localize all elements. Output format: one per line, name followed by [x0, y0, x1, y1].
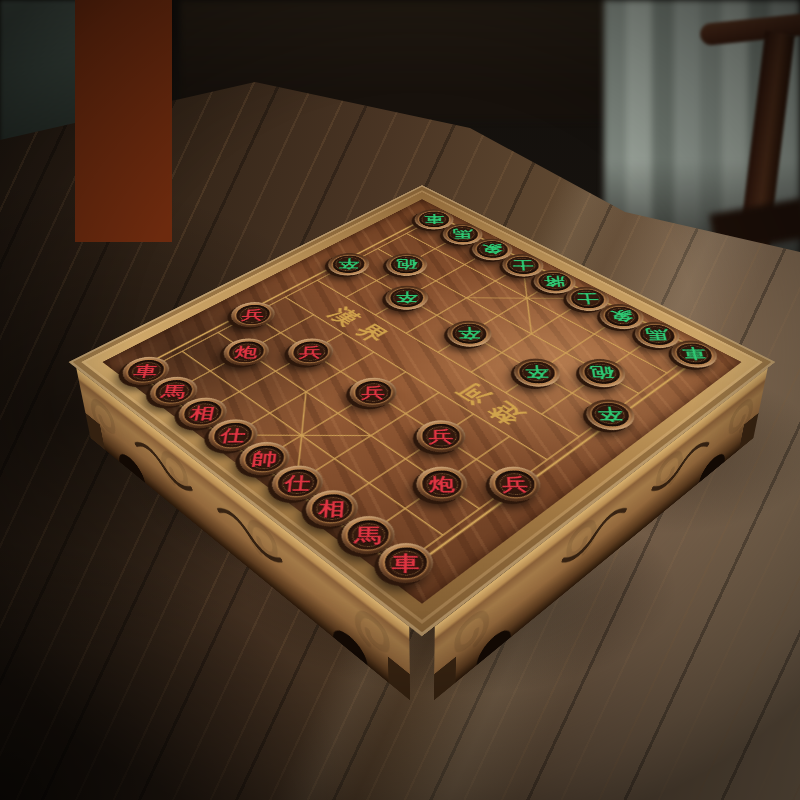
piece-glyph: 卒: [596, 407, 623, 423]
piece-face: 卒: [512, 359, 561, 387]
piece-green-cannon: 砲: [569, 353, 633, 393]
piece-glyph: 炮: [429, 475, 455, 493]
piece-face: 卒: [385, 286, 428, 310]
piece-glyph: 相: [317, 499, 345, 517]
piece-face: 兵: [286, 339, 334, 366]
piece-glyph: 仕: [283, 474, 311, 492]
piece-glyph: 兵: [298, 345, 322, 359]
piece-green-cannon: 砲: [378, 249, 435, 281]
piece-face: 砲: [577, 359, 627, 387]
piece-glyph: 馬: [452, 228, 473, 239]
piece-face: 相: [175, 398, 229, 428]
piece-glyph: 車: [681, 347, 708, 361]
piece-glyph: 象: [482, 244, 503, 255]
river-text-right: 楚河: [441, 374, 531, 430]
piece-glyph: 車: [391, 553, 419, 573]
piece-glyph: 士: [576, 292, 600, 304]
piece-green-soldier: 卒: [504, 353, 568, 393]
piece-red-horse: 馬: [330, 509, 405, 562]
piece-glyph: 車: [424, 214, 444, 224]
piece-glyph: 象: [609, 310, 634, 323]
piece-face: 兵: [488, 467, 541, 501]
piece-glyph: 士: [512, 259, 534, 270]
piece-face: 兵: [416, 420, 465, 452]
piece-face: 馬: [340, 516, 395, 554]
piece-red-cannon: 炮: [215, 333, 278, 371]
piece-glyph: 相: [188, 405, 215, 420]
brown-overlay-rectangle: [75, 0, 172, 242]
piece-glyph: 卒: [524, 365, 549, 379]
piece-glyph: 帥: [250, 450, 278, 467]
piece-face: 車: [118, 357, 171, 385]
scene-photo: 漢界 楚河 車馬象士將士象馬車砲砲卒卒卒卒卒兵兵兵兵兵炮炮車馬相仕帥仕相馬車: [0, 0, 800, 800]
piece-glyph: 兵: [428, 428, 453, 444]
piece-glyph: 將: [543, 275, 566, 287]
piece-face: 卒: [327, 253, 369, 275]
piece-red-advisor: 仕: [261, 459, 332, 508]
piece-face: 兵: [348, 378, 396, 407]
piece-face: 卒: [584, 400, 637, 430]
piece-glyph: 仕: [218, 427, 246, 443]
piece-red-soldier: 兵: [406, 414, 474, 459]
piece-face: 仕: [205, 419, 259, 451]
piece-red-chariot: 車: [113, 351, 177, 390]
piece-face: 卒: [447, 321, 492, 347]
piece-glyph: 砲: [589, 366, 615, 380]
piece-glyph: 兵: [501, 475, 528, 493]
piece-face: 仕: [269, 466, 323, 500]
piece-glyph: 兵: [240, 308, 264, 321]
piece-green-soldier: 卒: [376, 281, 436, 315]
piece-green-soldier: 卒: [438, 316, 500, 353]
piece-face: 砲: [386, 253, 427, 275]
piece-face: 馬: [146, 377, 199, 406]
piece-green-soldier: 卒: [576, 394, 643, 437]
piece-red-advisor: 仕: [198, 413, 266, 458]
piece-glyph: 兵: [360, 385, 384, 400]
piece-face: 炮: [416, 466, 467, 500]
piece-red-general: 帥: [229, 435, 299, 482]
piece-glyph: 馬: [159, 384, 186, 399]
piece-red-soldier: 兵: [340, 372, 406, 413]
piece-red-soldier: 兵: [279, 333, 342, 371]
piece-red-chariot: 車: [367, 535, 443, 591]
piece-glyph: 卒: [457, 327, 480, 340]
piece-red-horse: 馬: [140, 371, 206, 412]
piece-glyph: 砲: [396, 259, 417, 270]
piece-glyph: 卒: [337, 258, 359, 269]
piece-red-cannon: 炮: [406, 459, 477, 508]
piece-face: 車: [668, 340, 720, 367]
piece-glyph: 車: [132, 364, 159, 378]
piece-red-elephant: 相: [295, 483, 368, 534]
piece-glyph: 馬: [644, 328, 670, 341]
piece-face: 炮: [221, 338, 270, 365]
piece-face: 相: [304, 490, 358, 526]
piece-red-elephant: 相: [169, 392, 236, 435]
piece-glyph: 卒: [395, 291, 417, 303]
piece-red-soldier: 兵: [478, 460, 549, 509]
piece-glyph: 炮: [233, 345, 258, 359]
piece-face: 車: [377, 543, 432, 583]
piece-face: 兵: [228, 302, 275, 327]
piece-red-soldier: 兵: [222, 297, 283, 332]
piece-green-soldier: 卒: [319, 249, 376, 281]
piece-face: 帥: [236, 442, 290, 475]
piece-glyph: 馬: [353, 525, 381, 544]
